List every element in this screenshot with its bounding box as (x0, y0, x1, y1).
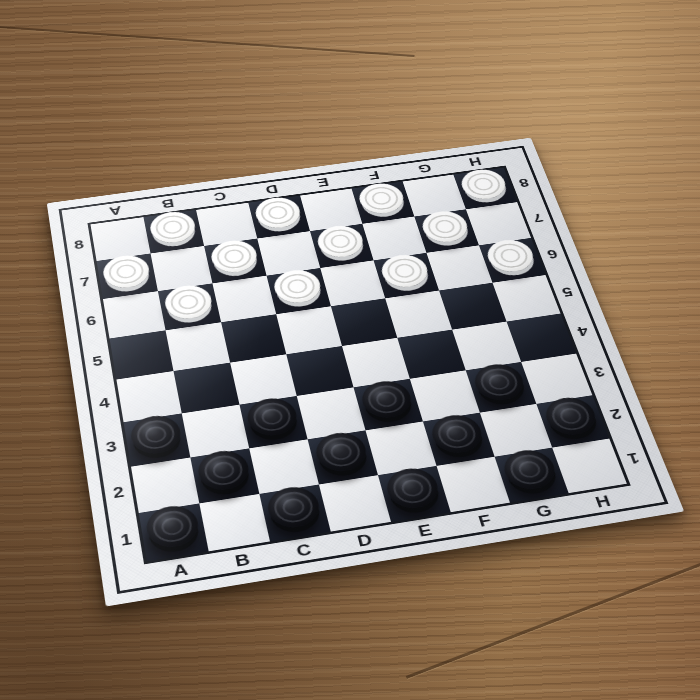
rank-labels-left-7: 7 (70, 261, 100, 302)
rank-labels-left-4: 4 (88, 380, 120, 427)
wood-plank-seam-bottom-right (406, 554, 700, 679)
wooden-table-background: ABCDEFGH ABCDEFGH 87654321 87654321 (0, 0, 700, 700)
checkers-board-sheet: ABCDEFGH ABCDEFGH 87654321 87654321 (47, 138, 684, 607)
rank-labels-left-6: 6 (76, 299, 107, 342)
rank-labels-left-3: 3 (95, 423, 128, 472)
square-b1 (199, 494, 270, 551)
rank-labels-left-1: 1 (109, 513, 144, 566)
rank-labels-left-2: 2 (102, 467, 136, 518)
rank-labels-left-8: 8 (64, 225, 94, 265)
wood-plank-seam-top (0, 25, 415, 57)
rank-labels-left-5: 5 (82, 339, 114, 384)
